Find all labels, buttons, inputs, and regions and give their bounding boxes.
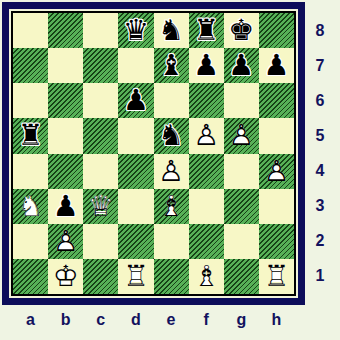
square-g5[interactable]: ♟♙ <box>224 118 259 153</box>
square-d3[interactable] <box>118 189 153 224</box>
square-c3[interactable]: ♛♕ <box>83 189 118 224</box>
square-c8[interactable] <box>83 13 118 48</box>
black-pawn-icon: ♟ <box>48 189 83 224</box>
file-label-a: a <box>13 307 48 333</box>
square-c1[interactable] <box>83 259 118 294</box>
square-h4[interactable]: ♟♙ <box>259 154 294 189</box>
rank-label-7: 7 <box>306 48 334 83</box>
square-a5[interactable]: ♜ <box>13 118 48 153</box>
square-d8[interactable]: ♛ <box>118 13 153 48</box>
black-rook-icon: ♜ <box>189 13 224 48</box>
square-h3[interactable] <box>259 189 294 224</box>
file-label-f: f <box>189 307 224 333</box>
file-label-d: d <box>118 307 153 333</box>
square-f3[interactable] <box>189 189 224 224</box>
file-labels: abcdefgh <box>13 307 294 333</box>
square-e3[interactable]: ♝♗ <box>154 189 189 224</box>
square-h5[interactable] <box>259 118 294 153</box>
square-h1[interactable]: ♜♖ <box>259 259 294 294</box>
square-a3[interactable]: ♞♘ <box>13 189 48 224</box>
white-queen-icon: ♛♕ <box>83 189 118 224</box>
square-c7[interactable] <box>83 48 118 83</box>
square-d4[interactable] <box>118 154 153 189</box>
file-label-e: e <box>154 307 189 333</box>
square-h2[interactable] <box>259 224 294 259</box>
square-b3[interactable]: ♟ <box>48 189 83 224</box>
square-a2[interactable] <box>13 224 48 259</box>
black-queen-icon: ♛ <box>118 13 153 48</box>
square-d5[interactable] <box>118 118 153 153</box>
black-pawn-icon: ♟ <box>189 48 224 83</box>
square-g2[interactable] <box>224 224 259 259</box>
rank-label-2: 2 <box>306 224 334 259</box>
square-f4[interactable] <box>189 154 224 189</box>
square-e8[interactable]: ♞ <box>154 13 189 48</box>
black-pawn-icon: ♟ <box>224 48 259 83</box>
white-pawn-icon: ♟♙ <box>259 154 294 189</box>
square-a6[interactable] <box>13 83 48 118</box>
square-f1[interactable]: ♝♗ <box>189 259 224 294</box>
square-h6[interactable] <box>259 83 294 118</box>
square-c2[interactable] <box>83 224 118 259</box>
white-king-icon: ♚♔ <box>48 259 83 294</box>
black-pawn-icon: ♟ <box>259 48 294 83</box>
white-pawn-icon: ♟♙ <box>48 224 83 259</box>
rank-label-1: 1 <box>306 259 334 294</box>
black-knight-icon: ♞ <box>154 118 189 153</box>
square-e5[interactable]: ♞ <box>154 118 189 153</box>
white-pawn-icon: ♟♙ <box>224 118 259 153</box>
square-c6[interactable] <box>83 83 118 118</box>
black-knight-icon: ♞ <box>154 13 189 48</box>
square-e4[interactable]: ♟♙ <box>154 154 189 189</box>
square-b8[interactable] <box>48 13 83 48</box>
chess-diagram: ♛♞♜♚♝♟♟♟♟♜♞♟♙♟♙♟♙♟♙♞♘♟♛♕♝♗♟♙♚♔♜♖♝♗♜♖ abc… <box>0 0 340 340</box>
square-g4[interactable] <box>224 154 259 189</box>
chess-board: ♛♞♜♚♝♟♟♟♟♜♞♟♙♟♙♟♙♟♙♞♘♟♛♕♝♗♟♙♚♔♜♖♝♗♜♖ <box>13 13 294 294</box>
rank-label-4: 4 <box>306 154 334 189</box>
square-a8[interactable] <box>13 13 48 48</box>
square-b5[interactable] <box>48 118 83 153</box>
black-pawn-icon: ♟ <box>118 83 153 118</box>
white-bishop-icon: ♝♗ <box>154 189 189 224</box>
board-outline: ♛♞♜♚♝♟♟♟♟♜♞♟♙♟♙♟♙♟♙♞♘♟♛♕♝♗♟♙♚♔♜♖♝♗♜♖ <box>11 11 296 296</box>
white-pawn-icon: ♟♙ <box>189 118 224 153</box>
square-b7[interactable] <box>48 48 83 83</box>
square-f2[interactable] <box>189 224 224 259</box>
square-h8[interactable] <box>259 13 294 48</box>
square-a7[interactable] <box>13 48 48 83</box>
rank-label-8: 8 <box>306 13 334 48</box>
rank-label-6: 6 <box>306 83 334 118</box>
square-d6[interactable]: ♟ <box>118 83 153 118</box>
square-g3[interactable] <box>224 189 259 224</box>
rank-labels: 87654321 <box>306 13 334 294</box>
square-h7[interactable]: ♟ <box>259 48 294 83</box>
square-f7[interactable]: ♟ <box>189 48 224 83</box>
square-e7[interactable]: ♝ <box>154 48 189 83</box>
frame-gap-line: ♛♞♜♚♝♟♟♟♟♜♞♟♙♟♙♟♙♟♙♞♘♟♛♕♝♗♟♙♚♔♜♖♝♗♜♖ <box>9 9 298 298</box>
square-f5[interactable]: ♟♙ <box>189 118 224 153</box>
square-b2[interactable]: ♟♙ <box>48 224 83 259</box>
square-d2[interactable] <box>118 224 153 259</box>
square-c5[interactable] <box>83 118 118 153</box>
rank-label-5: 5 <box>306 118 334 153</box>
black-king-icon: ♚ <box>224 13 259 48</box>
file-label-c: c <box>83 307 118 333</box>
square-b1[interactable]: ♚♔ <box>48 259 83 294</box>
white-rook-icon: ♜♖ <box>118 259 153 294</box>
square-b6[interactable] <box>48 83 83 118</box>
square-f8[interactable]: ♜ <box>189 13 224 48</box>
file-label-g: g <box>224 307 259 333</box>
rank-label-3: 3 <box>306 189 334 224</box>
square-g8[interactable]: ♚ <box>224 13 259 48</box>
square-a4[interactable] <box>13 154 48 189</box>
square-b4[interactable] <box>48 154 83 189</box>
square-e6[interactable] <box>154 83 189 118</box>
square-e1[interactable] <box>154 259 189 294</box>
square-g6[interactable] <box>224 83 259 118</box>
black-bishop-icon: ♝ <box>154 48 189 83</box>
board-frame: ♛♞♜♚♝♟♟♟♟♜♞♟♙♟♙♟♙♟♙♞♘♟♛♕♝♗♟♙♚♔♜♖♝♗♜♖ <box>2 2 305 305</box>
square-d7[interactable] <box>118 48 153 83</box>
square-c4[interactable] <box>83 154 118 189</box>
white-pawn-icon: ♟♙ <box>154 154 189 189</box>
square-e2[interactable] <box>154 224 189 259</box>
square-f6[interactable] <box>189 83 224 118</box>
white-knight-icon: ♞♘ <box>13 189 48 224</box>
black-rook-icon: ♜ <box>13 118 48 153</box>
square-a1[interactable] <box>13 259 48 294</box>
white-bishop-icon: ♝♗ <box>189 259 224 294</box>
square-g1[interactable] <box>224 259 259 294</box>
square-d1[interactable]: ♜♖ <box>118 259 153 294</box>
white-rook-icon: ♜♖ <box>259 259 294 294</box>
file-label-b: b <box>48 307 83 333</box>
file-label-h: h <box>259 307 294 333</box>
square-g7[interactable]: ♟ <box>224 48 259 83</box>
